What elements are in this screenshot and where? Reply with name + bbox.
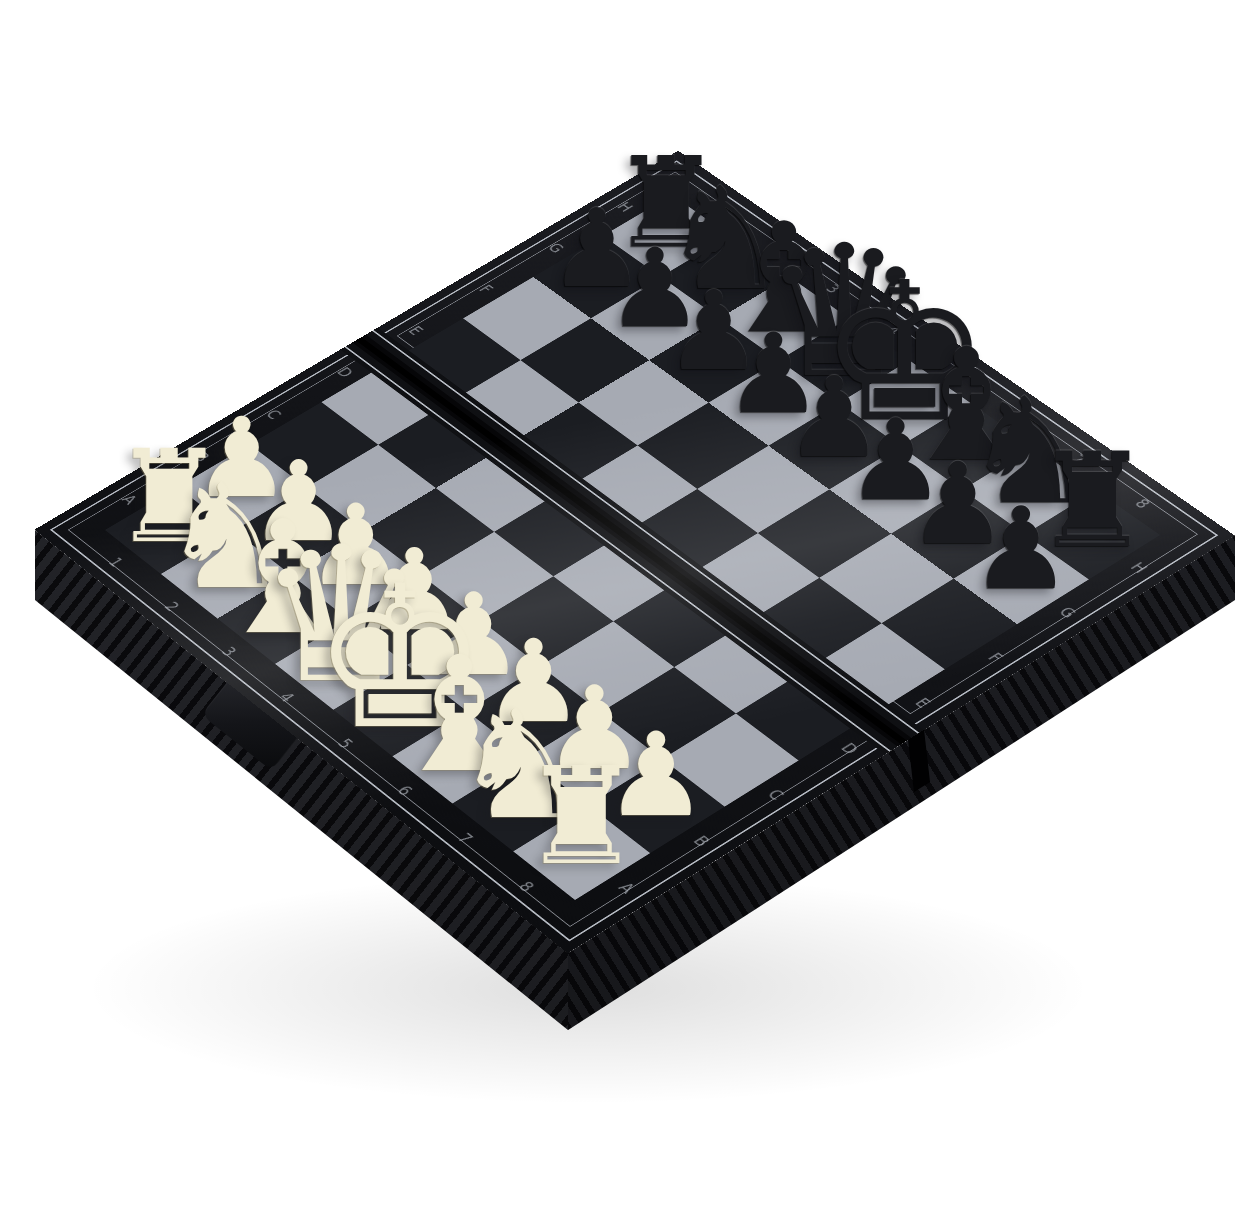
pieces-layer: ♜♞♝♛♚♝♞♜♟♟♟♟♟♟♟♟♟♟♟♟♟♟♟♟♜♞♝♛♚♝♞♜ (0, 0, 1242, 1222)
white-rook-h1[interactable]: ♜ (521, 750, 642, 885)
photo-scene: 11AA22BB33CC44DD55EE66FF77GG88HH ♜♞♝♛♚♝♞… (0, 0, 1242, 1222)
black-pawn-h7[interactable]: ♟ (970, 493, 1072, 607)
